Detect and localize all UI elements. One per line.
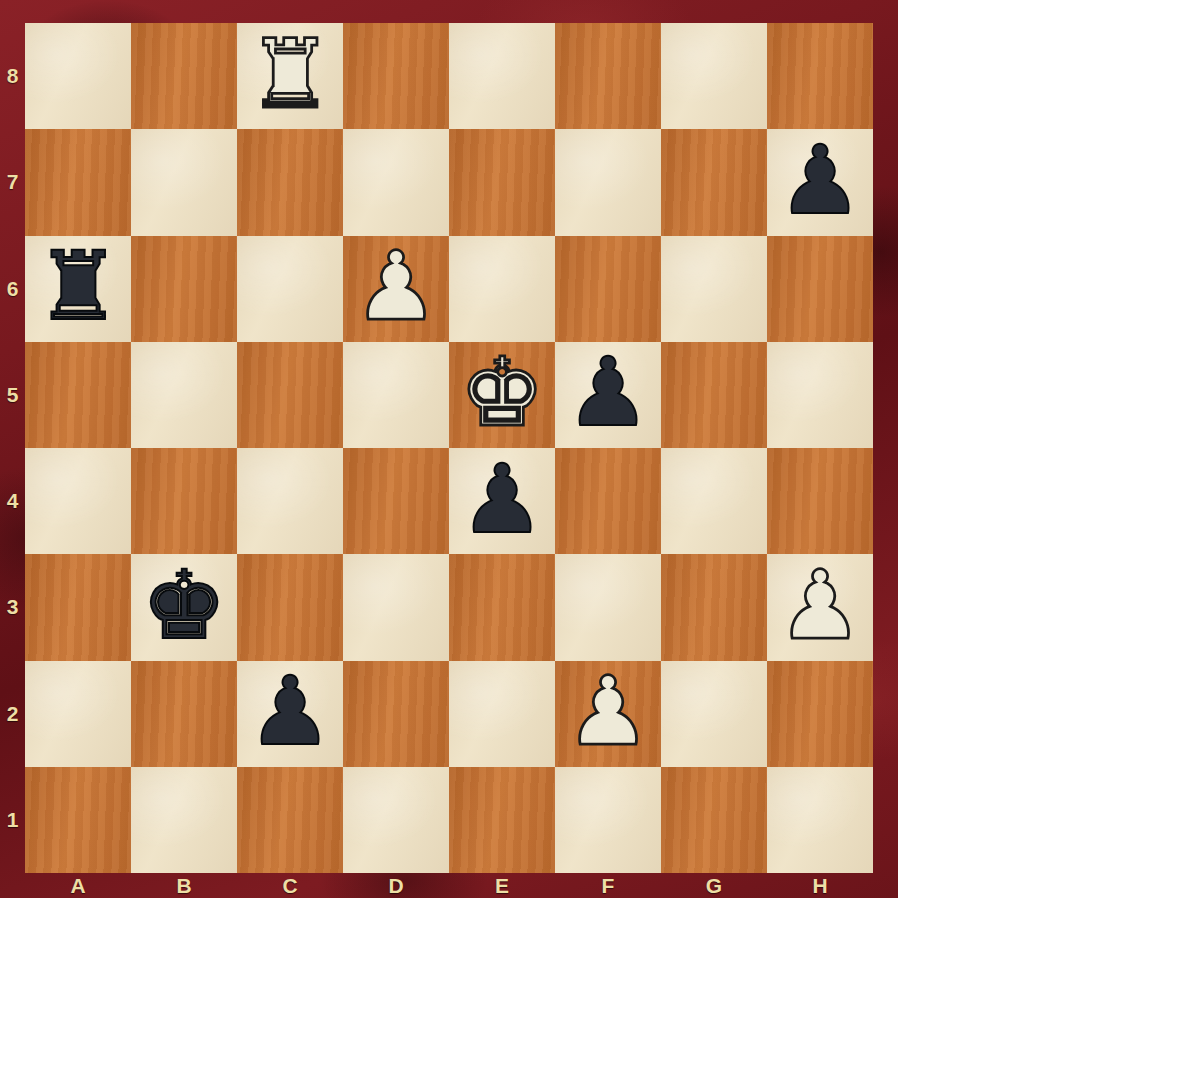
square-g3[interactable] (661, 554, 767, 660)
square-c7[interactable] (237, 129, 343, 235)
square-e5[interactable]: ♚ (449, 342, 555, 448)
black-pawn-e4[interactable]: ♟ (459, 452, 544, 547)
rank-label-2: 2 (0, 661, 25, 767)
square-b8[interactable] (131, 23, 237, 129)
square-b4[interactable] (131, 448, 237, 554)
black-pawn-c2[interactable]: ♟ (247, 664, 332, 759)
rank-label-5: 5 (0, 342, 25, 448)
white-pawn-d6[interactable]: ♟ (353, 239, 438, 334)
rank-label-3: 3 (0, 554, 25, 660)
rank-label-8: 8 (0, 23, 25, 129)
square-b1[interactable] (131, 767, 237, 873)
square-f3[interactable] (555, 554, 661, 660)
square-f1[interactable] (555, 767, 661, 873)
rank-label-1: 1 (0, 767, 25, 873)
square-a6[interactable]: ♜ (25, 236, 131, 342)
black-king-b3[interactable]: ♚ (141, 558, 226, 653)
square-e6[interactable] (449, 236, 555, 342)
white-rook-c8[interactable]: ♜ (247, 27, 332, 122)
square-c4[interactable] (237, 448, 343, 554)
square-c2[interactable]: ♟ (237, 661, 343, 767)
square-a4[interactable] (25, 448, 131, 554)
black-rook-a6[interactable]: ♜ (35, 239, 120, 334)
file-label-g: G (661, 873, 767, 898)
file-label-c: C (237, 873, 343, 898)
square-c6[interactable] (237, 236, 343, 342)
board-squares: ♜♟♜♟♚♟♟♚♟♟♟ (25, 23, 873, 873)
square-d5[interactable] (343, 342, 449, 448)
square-h4[interactable] (767, 448, 873, 554)
white-pawn-h3[interactable]: ♟ (777, 558, 862, 653)
black-pawn-f5[interactable]: ♟ (565, 345, 650, 440)
square-e1[interactable] (449, 767, 555, 873)
square-e3[interactable] (449, 554, 555, 660)
square-b3[interactable]: ♚ (131, 554, 237, 660)
square-a1[interactable] (25, 767, 131, 873)
square-e7[interactable] (449, 129, 555, 235)
square-f5[interactable]: ♟ (555, 342, 661, 448)
page: ♜♟♜♟♚♟♟♚♟♟♟ 87654321ABCDEFGH (0, 0, 1200, 1065)
square-a3[interactable] (25, 554, 131, 660)
square-g6[interactable] (661, 236, 767, 342)
file-label-b: B (131, 873, 237, 898)
square-g2[interactable] (661, 661, 767, 767)
square-h8[interactable] (767, 23, 873, 129)
square-g4[interactable] (661, 448, 767, 554)
square-f6[interactable] (555, 236, 661, 342)
square-e2[interactable] (449, 661, 555, 767)
rank-label-6: 6 (0, 236, 25, 342)
square-h7[interactable]: ♟ (767, 129, 873, 235)
square-d6[interactable]: ♟ (343, 236, 449, 342)
square-h1[interactable] (767, 767, 873, 873)
square-a8[interactable] (25, 23, 131, 129)
chess-board: ♜♟♜♟♚♟♟♚♟♟♟ 87654321ABCDEFGH (0, 0, 898, 898)
square-e4[interactable]: ♟ (449, 448, 555, 554)
square-e8[interactable] (449, 23, 555, 129)
square-h3[interactable]: ♟ (767, 554, 873, 660)
square-d8[interactable] (343, 23, 449, 129)
white-king-e5[interactable]: ♚ (459, 345, 544, 440)
black-pawn-h7[interactable]: ♟ (777, 133, 862, 228)
square-g8[interactable] (661, 23, 767, 129)
file-label-d: D (343, 873, 449, 898)
square-g7[interactable] (661, 129, 767, 235)
square-d2[interactable] (343, 661, 449, 767)
file-label-a: A (25, 873, 131, 898)
square-c3[interactable] (237, 554, 343, 660)
rank-label-7: 7 (0, 129, 25, 235)
square-b2[interactable] (131, 661, 237, 767)
square-b5[interactable] (131, 342, 237, 448)
file-label-e: E (449, 873, 555, 898)
square-f2[interactable]: ♟ (555, 661, 661, 767)
square-b6[interactable] (131, 236, 237, 342)
square-d1[interactable] (343, 767, 449, 873)
square-b7[interactable] (131, 129, 237, 235)
square-h6[interactable] (767, 236, 873, 342)
square-c5[interactable] (237, 342, 343, 448)
square-c8[interactable]: ♜ (237, 23, 343, 129)
square-d3[interactable] (343, 554, 449, 660)
square-f7[interactable] (555, 129, 661, 235)
square-h2[interactable] (767, 661, 873, 767)
square-a2[interactable] (25, 661, 131, 767)
white-pawn-f2[interactable]: ♟ (565, 664, 650, 759)
file-label-f: F (555, 873, 661, 898)
square-g5[interactable] (661, 342, 767, 448)
square-a5[interactable] (25, 342, 131, 448)
square-d4[interactable] (343, 448, 449, 554)
square-a7[interactable] (25, 129, 131, 235)
file-label-h: H (767, 873, 873, 898)
square-c1[interactable] (237, 767, 343, 873)
square-g1[interactable] (661, 767, 767, 873)
square-f4[interactable] (555, 448, 661, 554)
rank-label-4: 4 (0, 448, 25, 554)
square-f8[interactable] (555, 23, 661, 129)
square-d7[interactable] (343, 129, 449, 235)
square-h5[interactable] (767, 342, 873, 448)
